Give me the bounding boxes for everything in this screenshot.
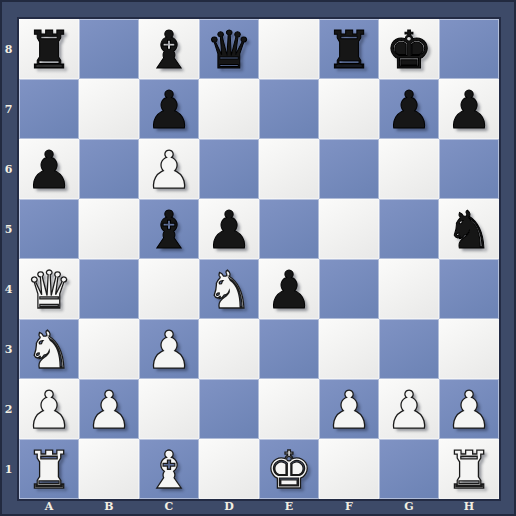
square-a5[interactable]	[19, 199, 79, 259]
square-g3[interactable]	[379, 319, 439, 379]
square-c1[interactable]: ♝	[139, 439, 199, 499]
black-pawn[interactable]: ♟	[259, 259, 319, 319]
black-pawn[interactable]: ♟	[139, 79, 199, 139]
square-e2[interactable]	[259, 379, 319, 439]
chess-board-widget: 87654321 ♜♝♛♜♚♟♟♟♟♟♝♟♞♛♞♟♞♟♟♟♟♟♟♜♝♚♜ ABC…	[0, 0, 516, 516]
rank-label-1: 1	[0, 439, 19, 499]
square-b4[interactable]	[79, 259, 139, 319]
black-queen[interactable]: ♛	[199, 19, 259, 79]
square-h8[interactable]	[439, 19, 499, 79]
white-knight[interactable]: ♞	[19, 319, 79, 379]
square-a4[interactable]: ♛	[19, 259, 79, 319]
black-pawn[interactable]: ♟	[19, 139, 79, 199]
square-f6[interactable]	[319, 139, 379, 199]
rank-label-3: 3	[0, 319, 19, 379]
square-a3[interactable]: ♞	[19, 319, 79, 379]
square-b3[interactable]	[79, 319, 139, 379]
rank-label-6: 6	[0, 139, 19, 199]
white-pawn[interactable]: ♟	[19, 379, 79, 439]
square-f3[interactable]	[319, 319, 379, 379]
square-a1[interactable]: ♜	[19, 439, 79, 499]
square-g1[interactable]	[379, 439, 439, 499]
square-d8[interactable]: ♛	[199, 19, 259, 79]
square-e7[interactable]	[259, 79, 319, 139]
rank-label-8: 8	[0, 19, 19, 79]
white-knight[interactable]: ♞	[199, 259, 259, 319]
square-b7[interactable]	[79, 79, 139, 139]
square-h1[interactable]: ♜	[439, 439, 499, 499]
file-label-f: F	[319, 499, 379, 516]
file-label-a: A	[19, 499, 79, 516]
square-d7[interactable]	[199, 79, 259, 139]
square-f2[interactable]: ♟	[319, 379, 379, 439]
rank-label-5: 5	[0, 199, 19, 259]
white-pawn[interactable]: ♟	[379, 379, 439, 439]
file-label-d: D	[199, 499, 259, 516]
file-label-c: C	[139, 499, 199, 516]
square-c8[interactable]: ♝	[139, 19, 199, 79]
square-b5[interactable]	[79, 199, 139, 259]
square-e5[interactable]	[259, 199, 319, 259]
square-g6[interactable]	[379, 139, 439, 199]
square-d2[interactable]	[199, 379, 259, 439]
square-e3[interactable]	[259, 319, 319, 379]
square-f5[interactable]	[319, 199, 379, 259]
square-g2[interactable]: ♟	[379, 379, 439, 439]
square-b1[interactable]	[79, 439, 139, 499]
black-rook[interactable]: ♜	[319, 19, 379, 79]
square-a2[interactable]: ♟	[19, 379, 79, 439]
rank-label-4: 4	[0, 259, 19, 319]
black-bishop[interactable]: ♝	[139, 199, 199, 259]
white-bishop[interactable]: ♝	[139, 439, 199, 499]
white-pawn[interactable]: ♟	[439, 379, 499, 439]
white-queen[interactable]: ♛	[19, 259, 79, 319]
chess-board: ♜♝♛♜♚♟♟♟♟♟♝♟♞♛♞♟♞♟♟♟♟♟♟♜♝♚♜	[19, 19, 499, 499]
square-f8[interactable]: ♜	[319, 19, 379, 79]
square-e4[interactable]: ♟	[259, 259, 319, 319]
square-a7[interactable]	[19, 79, 79, 139]
square-h3[interactable]	[439, 319, 499, 379]
square-f4[interactable]	[319, 259, 379, 319]
rank-labels: 87654321	[0, 19, 19, 499]
square-e8[interactable]	[259, 19, 319, 79]
square-f7[interactable]	[319, 79, 379, 139]
square-d5[interactable]: ♟	[199, 199, 259, 259]
square-c5[interactable]: ♝	[139, 199, 199, 259]
white-pawn[interactable]: ♟	[79, 379, 139, 439]
square-g5[interactable]	[379, 199, 439, 259]
square-b2[interactable]: ♟	[79, 379, 139, 439]
white-pawn[interactable]: ♟	[319, 379, 379, 439]
square-g7[interactable]: ♟	[379, 79, 439, 139]
square-f1[interactable]	[319, 439, 379, 499]
square-g8[interactable]: ♚	[379, 19, 439, 79]
square-g4[interactable]	[379, 259, 439, 319]
square-d3[interactable]	[199, 319, 259, 379]
square-a8[interactable]: ♜	[19, 19, 79, 79]
white-rook[interactable]: ♜	[439, 439, 499, 499]
white-rook[interactable]: ♜	[19, 439, 79, 499]
rank-label-2: 2	[0, 379, 19, 439]
file-label-e: E	[259, 499, 319, 516]
square-e6[interactable]	[259, 139, 319, 199]
square-a6[interactable]: ♟	[19, 139, 79, 199]
black-rook[interactable]: ♜	[19, 19, 79, 79]
black-king[interactable]: ♚	[379, 19, 439, 79]
file-label-g: G	[379, 499, 439, 516]
black-pawn[interactable]: ♟	[439, 79, 499, 139]
square-b6[interactable]	[79, 139, 139, 199]
square-c4[interactable]	[139, 259, 199, 319]
black-knight[interactable]: ♞	[439, 199, 499, 259]
black-pawn[interactable]: ♟	[379, 79, 439, 139]
square-h2[interactable]: ♟	[439, 379, 499, 439]
square-c7[interactable]: ♟	[139, 79, 199, 139]
file-label-b: B	[79, 499, 139, 516]
black-pawn[interactable]: ♟	[199, 199, 259, 259]
file-labels: ABCDEFGH	[19, 499, 499, 516]
square-h6[interactable]	[439, 139, 499, 199]
square-c3[interactable]: ♟	[139, 319, 199, 379]
square-e1[interactable]: ♚	[259, 439, 319, 499]
square-h5[interactable]: ♞	[439, 199, 499, 259]
square-d6[interactable]	[199, 139, 259, 199]
square-c2[interactable]	[139, 379, 199, 439]
square-c6[interactable]: ♟	[139, 139, 199, 199]
square-h4[interactable]	[439, 259, 499, 319]
white-pawn[interactable]: ♟	[139, 319, 199, 379]
square-b8[interactable]	[79, 19, 139, 79]
file-label-h: H	[439, 499, 499, 516]
square-d4[interactable]: ♞	[199, 259, 259, 319]
rank-label-7: 7	[0, 79, 19, 139]
white-king[interactable]: ♚	[259, 439, 319, 499]
square-d1[interactable]	[199, 439, 259, 499]
white-pawn[interactable]: ♟	[139, 139, 199, 199]
square-h7[interactable]: ♟	[439, 79, 499, 139]
black-bishop[interactable]: ♝	[139, 19, 199, 79]
